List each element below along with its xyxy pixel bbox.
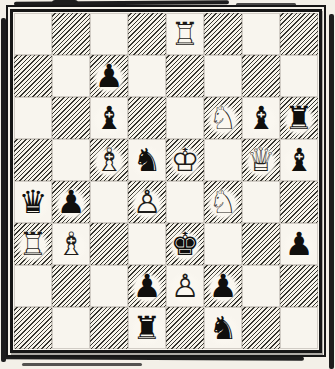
square-c5[interactable]: ♗ [90,139,128,181]
piece-black-knight: ♞ [129,140,165,180]
square-g4[interactable] [242,181,280,223]
square-f3[interactable] [204,223,242,265]
square-a5[interactable] [14,139,52,181]
square-g2[interactable] [242,265,280,307]
square-b5[interactable] [52,139,90,181]
piece-black-bishop: ♝ [91,98,127,138]
piece-white-rook: ♖ [15,224,51,264]
square-e6[interactable] [166,97,204,139]
square-b8[interactable] [52,13,90,55]
piece-black-knight: ♞ [205,308,241,348]
scan-artifact-right-edge [329,14,334,369]
piece-black-bishop: ♝ [281,140,317,180]
square-b3[interactable]: ♗ [52,223,90,265]
square-f2[interactable]: ♟ [204,265,242,307]
square-f1[interactable]: ♞ [204,307,242,349]
square-c8[interactable] [90,13,128,55]
piece-black-bishop: ♝ [243,98,279,138]
scan-artifact-bottom-rule [4,355,304,361]
square-e5[interactable]: ♔ [166,139,204,181]
square-g7[interactable] [242,55,280,97]
piece-black-rook: ♜ [281,98,317,138]
piece-white-bishop: ♗ [91,140,127,180]
square-h5[interactable]: ♝ [280,139,318,181]
piece-white-bishop: ♗ [53,224,89,264]
scan-artifact-top-streak-2 [236,3,296,6]
square-b6[interactable] [52,97,90,139]
square-b4[interactable]: ♟ [52,181,90,223]
square-a8[interactable] [14,13,52,55]
square-f4[interactable]: ♘ [204,181,242,223]
square-c2[interactable] [90,265,128,307]
square-h8[interactable] [280,13,318,55]
square-a6[interactable] [14,97,52,139]
square-d1[interactable]: ♜ [128,307,166,349]
piece-black-pawn: ♟ [205,266,241,306]
square-d2[interactable]: ♟ [128,265,166,307]
square-c6[interactable]: ♝ [90,97,128,139]
piece-black-pawn: ♟ [53,182,89,222]
piece-black-pawn: ♟ [91,56,127,96]
piece-black-king: ♚ [167,224,203,264]
square-h7[interactable] [280,55,318,97]
square-h6[interactable]: ♜ [280,97,318,139]
chess-diagram-frame: ♖♟♝♘♝♜♗♞♔♕♝♛♟♙♘♖♗♚♟♟♙♟♜♞ [10,9,322,353]
piece-black-pawn: ♟ [129,266,165,306]
square-a4[interactable]: ♛ [14,181,52,223]
scan-artifact-top-blob [52,0,78,7]
square-e1[interactable] [166,307,204,349]
piece-white-queen: ♕ [243,140,279,180]
piece-black-queen: ♛ [15,182,51,222]
square-b2[interactable] [52,265,90,307]
square-f6[interactable]: ♘ [204,97,242,139]
square-e7[interactable] [166,55,204,97]
square-e3[interactable]: ♚ [166,223,204,265]
square-f8[interactable] [204,13,242,55]
square-d8[interactable] [128,13,166,55]
piece-white-knight: ♘ [205,182,241,222]
square-a1[interactable] [14,307,52,349]
square-c3[interactable] [90,223,128,265]
piece-white-king: ♔ [167,140,203,180]
square-d4[interactable]: ♙ [128,181,166,223]
square-d6[interactable] [128,97,166,139]
piece-black-rook: ♜ [129,308,165,348]
square-c7[interactable]: ♟ [90,55,128,97]
piece-white-rook: ♖ [167,14,203,54]
chess-board: ♖♟♝♘♝♜♗♞♔♕♝♛♟♙♘♖♗♚♟♟♙♟♜♞ [14,13,318,349]
square-e4[interactable] [166,181,204,223]
square-f5[interactable] [204,139,242,181]
square-h1[interactable] [280,307,318,349]
square-a3[interactable]: ♖ [14,223,52,265]
square-d3[interactable] [128,223,166,265]
square-g3[interactable] [242,223,280,265]
scan-artifact-left-edge [1,18,6,362]
piece-white-knight: ♘ [205,98,241,138]
square-e2[interactable]: ♙ [166,265,204,307]
square-d7[interactable] [128,55,166,97]
square-c4[interactable] [90,181,128,223]
piece-white-pawn: ♙ [167,266,203,306]
square-b7[interactable] [52,55,90,97]
square-b1[interactable] [52,307,90,349]
square-g8[interactable] [242,13,280,55]
square-a2[interactable] [14,265,52,307]
square-h2[interactable] [280,265,318,307]
scan-artifact-top-streak [14,0,229,6]
square-a7[interactable] [14,55,52,97]
scan-artifact-bottom-smear [22,363,142,366]
square-g1[interactable] [242,307,280,349]
square-f7[interactable] [204,55,242,97]
square-g5[interactable]: ♕ [242,139,280,181]
square-d5[interactable]: ♞ [128,139,166,181]
square-g6[interactable]: ♝ [242,97,280,139]
piece-white-pawn: ♙ [129,182,165,222]
square-h3[interactable]: ♟ [280,223,318,265]
square-c1[interactable] [90,307,128,349]
piece-black-pawn: ♟ [281,224,317,264]
square-e8[interactable]: ♖ [166,13,204,55]
square-h4[interactable] [280,181,318,223]
